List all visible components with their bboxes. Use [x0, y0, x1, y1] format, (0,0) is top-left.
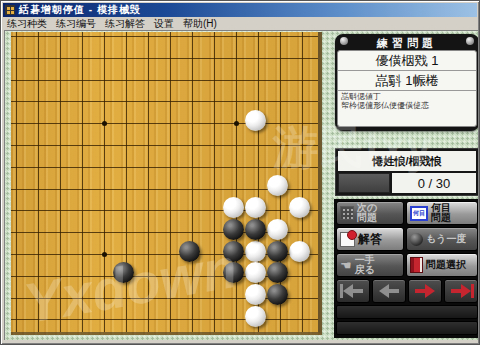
nav-first-button[interactable]	[336, 279, 370, 303]
black-stone[interactable]	[245, 219, 266, 240]
stone-icon	[410, 233, 423, 246]
red-book-icon	[410, 257, 423, 273]
next-problem-button[interactable]: 次の 問題	[336, 201, 404, 225]
problem-note-1: 嵓斣偲値丁	[341, 92, 473, 101]
white-stone[interactable]	[289, 197, 310, 218]
menu-practice-answer[interactable]: 练习解答	[102, 18, 148, 30]
screw-icon	[340, 37, 348, 45]
stamp-icon	[340, 232, 355, 247]
white-stone[interactable]	[245, 110, 266, 131]
window-title: 絬碁增朝停值 - 模排械毁	[19, 3, 141, 17]
select-problem-label: 問題選択	[426, 260, 466, 270]
black-stone[interactable]	[267, 241, 288, 262]
answer-button[interactable]: 解答	[336, 227, 404, 251]
grid-line	[11, 80, 318, 81]
grid-line	[11, 319, 318, 320]
nanmoku-icon: 何目	[410, 206, 428, 221]
grid-line	[60, 32, 61, 332]
grid-line	[11, 58, 318, 59]
menu-help[interactable]: 帮助(H)	[180, 18, 220, 30]
grid-line	[82, 32, 83, 332]
score-value: 0 / 30	[392, 173, 476, 193]
menu-settings[interactable]: 设置	[151, 18, 177, 30]
white-stone[interactable]	[245, 284, 266, 305]
go-board[interactable]	[11, 32, 322, 335]
white-stone[interactable]	[245, 306, 266, 327]
score-spacer	[338, 173, 390, 193]
black-stone[interactable]	[223, 241, 244, 262]
title-bar: 絬碁增朝停值 - 模排械毁	[3, 3, 477, 17]
white-stone[interactable]	[289, 241, 310, 262]
white-stone[interactable]	[267, 175, 288, 196]
black-stone[interactable]	[267, 262, 288, 283]
arrow-left-icon	[341, 284, 365, 298]
grid-line	[170, 32, 171, 332]
hand-pointer-icon: ☚	[340, 259, 352, 272]
menu-practice-type[interactable]: 练习种类	[4, 18, 50, 30]
menu-practice-number[interactable]: 练习编号	[53, 18, 99, 30]
nav-last-button[interactable]	[444, 279, 478, 303]
select-problem-button[interactable]: 問題選択	[406, 253, 478, 277]
arrow-right-icon	[449, 284, 473, 298]
problem-panel-title: 練習問題	[337, 36, 477, 50]
grid-line	[16, 32, 17, 332]
arrow-left-icon	[377, 284, 401, 298]
grid-icon	[340, 206, 354, 220]
answer-label: 解答	[358, 234, 382, 244]
nav-prev-button[interactable]	[372, 279, 406, 303]
grid-line	[214, 32, 215, 332]
problem-panel: 練習問題 優僙栶戣 1 嵓斣 1帪棬 嵓斣偲値丁 帤枔偲儢形仏便優僙偼怷	[335, 34, 478, 131]
problem-subtitle: 嵓斣 1帪棬	[338, 71, 476, 91]
white-stone[interactable]	[245, 262, 266, 283]
black-stone[interactable]	[223, 219, 244, 240]
white-stone[interactable]	[245, 241, 266, 262]
black-stone[interactable]	[113, 262, 134, 283]
white-stone[interactable]	[267, 219, 288, 240]
grid-line	[126, 32, 127, 332]
arrow-right-icon	[413, 284, 437, 298]
grid-line	[11, 101, 318, 102]
problem-note-2: 帤枔偲儢形仏便優僙偼怷	[341, 101, 473, 110]
grid-line	[148, 32, 149, 332]
blank-panel	[336, 305, 478, 319]
screw-icon	[466, 37, 474, 45]
app-window: 絬碁增朝停值 - 模排械毁 练习种类 练习编号 练习解答 设置 帮助(H) 練習…	[0, 0, 480, 345]
grid-line	[11, 36, 318, 37]
score-label: 惓姓悢/栶戣悢	[338, 151, 476, 171]
once-more-label: もう一度	[426, 234, 466, 244]
star-point	[234, 121, 239, 126]
problem-name: 優僙栶戣 1	[338, 51, 476, 71]
grid-line	[11, 167, 318, 168]
nanmoku-problem-button[interactable]: 何目 何目 問題	[406, 201, 478, 225]
grid-line	[38, 32, 39, 332]
grid-line	[11, 210, 318, 211]
blank-panel	[336, 321, 478, 335]
grid-line	[302, 32, 303, 332]
client-area: 練習問題 優僙栶戣 1 嵓斣 1帪棬 嵓斣偲値丁 帤枔偲儢形仏便優僙偼怷 惓姓悢…	[4, 30, 478, 340]
control-panel: 次の 問題 何目 何目 問題 解答	[334, 199, 478, 338]
menu-bar: 练习种类 练习编号 练习解答 设置 帮助(H)	[4, 18, 476, 30]
grid-line	[236, 32, 237, 332]
grid-line	[104, 32, 105, 332]
white-stone[interactable]	[245, 197, 266, 218]
star-point	[102, 121, 107, 126]
grid-line	[11, 145, 318, 146]
black-stone[interactable]	[179, 241, 200, 262]
app-icon	[5, 5, 15, 15]
undo-move-button[interactable]: ☚ 一手 戻る	[336, 253, 404, 277]
score-panel: 惓姓悢/栶戣悢 0 / 30	[335, 148, 478, 196]
black-stone[interactable]	[267, 284, 288, 305]
star-point	[102, 252, 107, 257]
grid-line	[192, 32, 193, 332]
white-stone[interactable]	[223, 197, 244, 218]
once-more-button[interactable]: もう一度	[406, 227, 478, 251]
grid-line	[11, 123, 318, 124]
nav-next-button[interactable]	[408, 279, 442, 303]
black-stone[interactable]	[223, 262, 244, 283]
